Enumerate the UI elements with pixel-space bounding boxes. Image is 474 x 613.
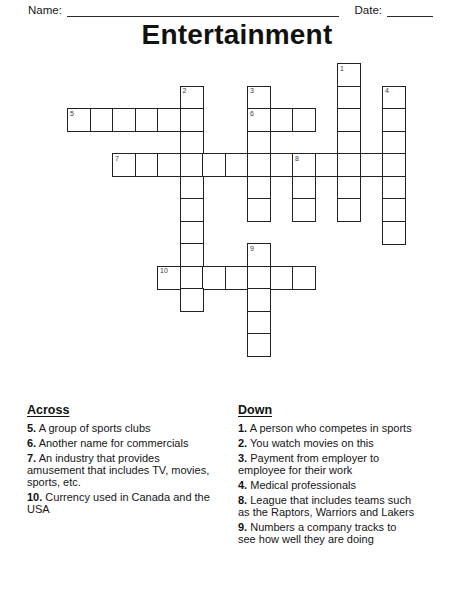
grid-cell[interactable] [180, 176, 204, 200]
grid-cell[interactable] [382, 176, 406, 200]
grid-cell[interactable] [337, 153, 361, 177]
grid-cell[interactable] [382, 131, 406, 155]
grid-cell[interactable] [180, 288, 204, 312]
crossword-grid: 12345678910 [67, 63, 406, 357]
grid-cell[interactable] [225, 153, 249, 177]
clue-number: 3 [250, 87, 254, 95]
clue-number: 8 [295, 155, 299, 163]
grid-cell[interactable] [292, 266, 316, 290]
grid-cell[interactable] [382, 198, 406, 222]
clue-number: 1 [340, 65, 344, 73]
clue-text: Payment from employer to employee for th… [238, 452, 379, 476]
grid-cell[interactable] [247, 288, 271, 312]
grid-cell[interactable] [382, 221, 406, 245]
clue-down-2: 2. You watch movies on this [238, 437, 470, 449]
clue-across-5: 5. A group of sports clubs [27, 422, 243, 434]
grid-cell[interactable] [337, 131, 361, 155]
date-write-line [387, 4, 433, 17]
clue-num: 2. [238, 437, 247, 449]
clue-num: 1. [238, 422, 247, 434]
grid-cell[interactable] [180, 108, 204, 132]
across-clues: Across 5. A group of sports clubs6. Anot… [27, 404, 243, 518]
grid-cell[interactable]: 3 [247, 86, 271, 110]
grid-cell[interactable] [180, 153, 204, 177]
grid-cell[interactable] [180, 243, 204, 267]
clue-num: 10. [27, 491, 42, 503]
grid-cell[interactable] [202, 153, 226, 177]
clue-num: 5. [27, 422, 36, 434]
clue-down-4: 4. Medical professionals [238, 479, 470, 491]
clue-number: 10 [160, 267, 168, 275]
grid-cell[interactable] [247, 153, 271, 177]
clue-num: 6. [27, 437, 36, 449]
across-heading: Across [27, 404, 243, 416]
name-label: Name: [28, 3, 62, 17]
grid-cell[interactable] [337, 198, 361, 222]
down-clues-list: 1. A person who competes in sports2. You… [238, 422, 470, 545]
clue-down-9: 9. Numbers a company tracks to see how w… [238, 521, 470, 545]
grid-cell[interactable]: 9 [247, 243, 271, 267]
clue-text: Medical professionals [247, 479, 356, 491]
grid-cell[interactable] [292, 108, 316, 132]
grid-cell[interactable]: 10 [157, 266, 181, 290]
grid-cell[interactable] [247, 311, 271, 335]
grid-cell[interactable]: 5 [67, 108, 91, 132]
grid-cell[interactable] [292, 176, 316, 200]
grid-cell[interactable] [337, 86, 361, 110]
grid-cell[interactable] [247, 266, 271, 290]
grid-cell[interactable] [315, 153, 339, 177]
clue-num: 4. [238, 479, 247, 491]
grid-cell[interactable] [247, 198, 271, 222]
grid-cell[interactable] [247, 333, 271, 357]
clue-num: 7. [27, 452, 36, 464]
clue-num: 3. [238, 452, 247, 464]
clue-across-6: 6. Another name for commercials [27, 437, 243, 449]
clue-text: A person who competes in sports [247, 422, 411, 434]
grid-cell[interactable] [337, 108, 361, 132]
clue-text: Another name for commercials [36, 437, 188, 449]
clue-down-1: 1. A person who competes in sports [238, 422, 470, 434]
clue-number: 5 [70, 110, 74, 118]
grid-cell[interactable] [180, 131, 204, 155]
grid-cell[interactable] [247, 131, 271, 155]
clue-number: 6 [250, 110, 254, 118]
grid-cell[interactable] [270, 153, 294, 177]
grid-cell[interactable] [247, 176, 271, 200]
clue-number: 9 [250, 245, 254, 253]
grid-cell[interactable] [337, 176, 361, 200]
grid-cell[interactable] [202, 266, 226, 290]
clue-text: League that includes teams such as the R… [238, 494, 414, 518]
clue-across-7: 7. An industry that provides amusement t… [27, 452, 243, 488]
name-write-line [67, 4, 339, 17]
clue-num: 8. [238, 494, 247, 506]
grid-cell[interactable]: 7 [112, 153, 136, 177]
grid-cell[interactable] [382, 108, 406, 132]
grid-cell[interactable] [270, 108, 294, 132]
down-heading: Down [238, 404, 470, 416]
grid-cell[interactable]: 8 [292, 153, 316, 177]
grid-cell[interactable] [90, 108, 114, 132]
grid-cell[interactable] [180, 266, 204, 290]
grid-cell[interactable] [180, 221, 204, 245]
grid-cell[interactable] [225, 266, 249, 290]
grid-cell[interactable]: 2 [180, 86, 204, 110]
clue-down-8: 8. League that includes teams such as th… [238, 494, 470, 518]
clue-number: 4 [385, 87, 389, 95]
grid-cell[interactable] [135, 153, 159, 177]
clue-text: Currency used in Canada and the USA [27, 491, 210, 515]
clue-number: 7 [115, 155, 119, 163]
crossword-worksheet: Name: Date: Entertainment 12345678910 Ac… [0, 0, 474, 613]
down-clues: Down 1. A person who competes in sports2… [238, 404, 470, 548]
grid-cell[interactable] [292, 198, 316, 222]
clue-num: 9. [238, 521, 247, 533]
date-label: Date: [355, 3, 383, 17]
grid-cell[interactable] [360, 153, 384, 177]
grid-cell[interactable]: 4 [382, 86, 406, 110]
across-clues-list: 5. A group of sports clubs6. Another nam… [27, 422, 243, 515]
grid-cell[interactable] [157, 153, 181, 177]
grid-cell[interactable] [112, 108, 136, 132]
clue-text: You watch movies on this [247, 437, 374, 449]
grid-cell[interactable] [135, 108, 159, 132]
grid-cell[interactable] [180, 198, 204, 222]
puzzle-title: Entertainment [0, 19, 474, 51]
grid-cell[interactable] [270, 266, 294, 290]
clue-down-3: 3. Payment from employer to employee for… [238, 452, 470, 476]
grid-cell[interactable]: 6 [247, 108, 271, 132]
clue-text: Numbers a company tracks to see how well… [238, 521, 396, 545]
clue-across-10: 10. Currency used in Canada and the USA [27, 491, 243, 515]
grid-cell[interactable] [157, 108, 181, 132]
clue-number: 2 [183, 87, 187, 95]
header-row: Name: Date: [28, 3, 433, 17]
clue-text: An industry that provides amusement that… [27, 452, 209, 488]
grid-cell[interactable] [382, 153, 406, 177]
clue-text: A group of sports clubs [36, 422, 150, 434]
grid-cell[interactable]: 1 [337, 63, 361, 87]
